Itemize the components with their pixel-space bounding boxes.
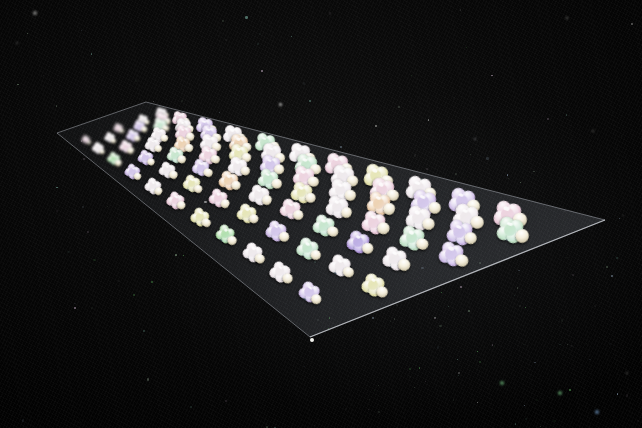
corner-speck bbox=[310, 338, 314, 342]
photo-stage: Macro photo of a transparent self-adhesi… bbox=[0, 0, 642, 428]
light-glint bbox=[124, 142, 127, 145]
light-glint bbox=[296, 147, 301, 151]
light-glint bbox=[236, 137, 241, 141]
